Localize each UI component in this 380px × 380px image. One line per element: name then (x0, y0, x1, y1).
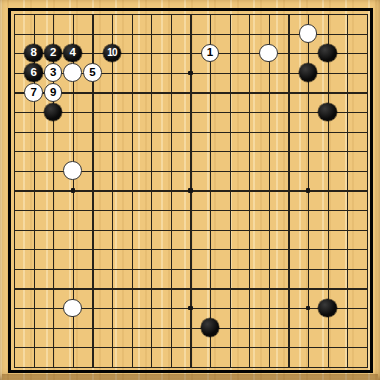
stone-white-c16: 3 (44, 63, 63, 82)
move-number: 8 (30, 47, 36, 59)
move-number: 5 (89, 67, 95, 79)
stone-white-d11 (63, 161, 82, 180)
move-number: 6 (30, 67, 36, 79)
star-point (306, 306, 310, 310)
stone-black-c14 (44, 103, 63, 122)
stone-black-f17: 10 (103, 44, 122, 63)
star-point (306, 188, 310, 192)
stone-white-e16: 5 (83, 63, 102, 82)
go-board: 82410613579 (0, 0, 380, 380)
move-number: 10 (107, 48, 117, 58)
move-number: 4 (70, 47, 76, 59)
board-edge-shadow (2, 374, 378, 379)
stone-white-d16 (63, 63, 82, 82)
stone-black-r4 (318, 299, 337, 318)
star-point (71, 188, 75, 192)
stone-white-d4 (63, 299, 82, 318)
stone-black-l3 (201, 318, 220, 337)
stone-black-r17 (318, 44, 337, 63)
stone-black-q16 (299, 63, 318, 82)
move-number: 1 (207, 47, 213, 59)
move-number: 2 (50, 47, 56, 59)
star-point (188, 71, 192, 75)
move-number: 3 (50, 67, 56, 79)
stone-black-b17: 8 (24, 44, 43, 63)
stone-white-l17: 1 (201, 44, 220, 63)
stone-white-b15: 7 (24, 83, 43, 102)
stone-black-b16: 6 (24, 63, 43, 82)
stone-black-d17: 4 (63, 44, 82, 63)
move-number: 7 (30, 86, 36, 98)
stone-black-r14 (318, 103, 337, 122)
stone-white-q18 (299, 24, 318, 43)
stone-white-c15: 9 (44, 83, 63, 102)
board-grid: 82410613579 (4, 4, 376, 376)
star-point (188, 306, 192, 310)
stone-white-o17 (259, 44, 278, 63)
star-point (188, 188, 192, 192)
move-number: 9 (50, 86, 56, 98)
stone-black-c17: 2 (44, 44, 63, 63)
